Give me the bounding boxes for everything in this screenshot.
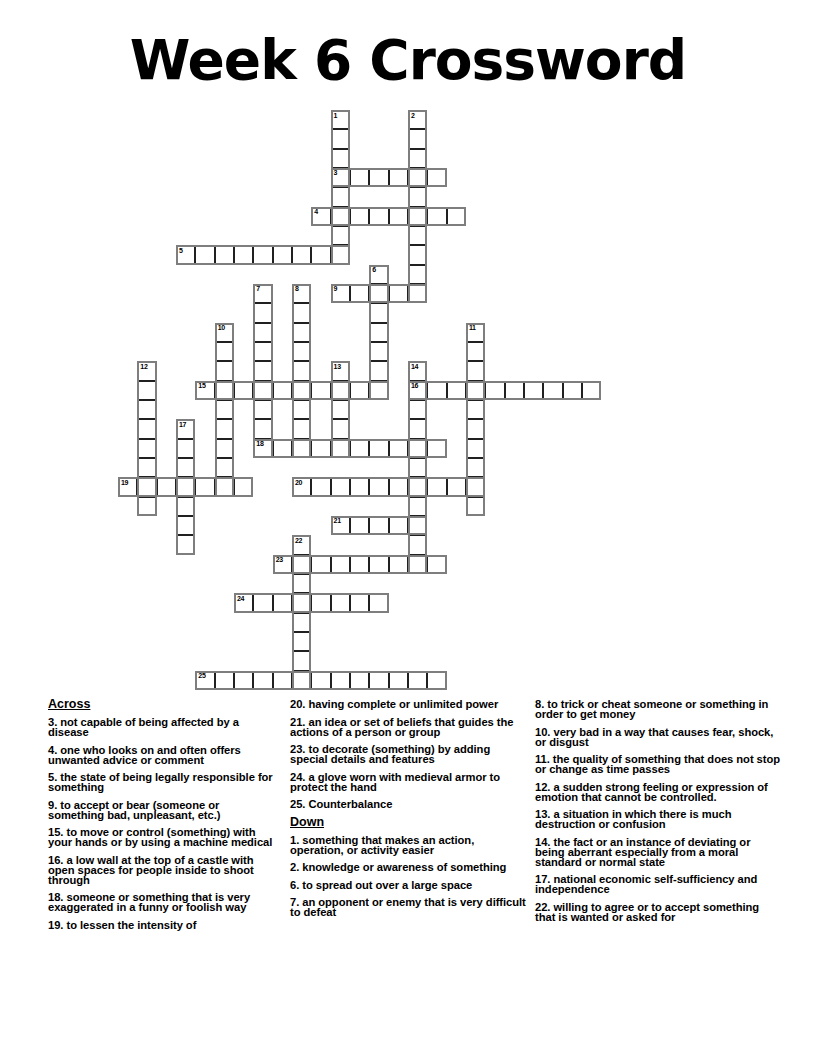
grid-cell-r16c5[interactable] bbox=[215, 419, 234, 438]
grid-cell-r18c3[interactable] bbox=[176, 458, 195, 477]
grid-cell-r17c11[interactable] bbox=[331, 439, 350, 458]
clue-number-1: 1 bbox=[334, 112, 338, 120]
grid-cell-r14c6[interactable] bbox=[234, 381, 253, 400]
grid-cell-r21c13[interactable] bbox=[369, 516, 388, 535]
grid-cell-r8c13[interactable]: 6 bbox=[369, 265, 388, 284]
grid-cell-r15c18[interactable] bbox=[466, 400, 485, 419]
clue-6-down: 6. to spread out over a large space bbox=[290, 880, 528, 890]
grid-cell-r0c11[interactable]: 1 bbox=[331, 110, 350, 129]
grid-cell-r14c11[interactable] bbox=[331, 381, 350, 400]
grid-cell-r9c14[interactable] bbox=[389, 284, 408, 303]
grid-cell-r9c11[interactable]: 9 bbox=[331, 284, 350, 303]
grid-cell-r17c16[interactable] bbox=[427, 439, 446, 458]
grid-cell-r15c1[interactable] bbox=[137, 400, 156, 419]
grid-cell-r7c7[interactable] bbox=[253, 245, 272, 264]
grid-cell-r29c5[interactable] bbox=[215, 671, 234, 690]
clue-19-across: 19. to lessen the intensity of bbox=[48, 920, 276, 930]
clue-number-18: 18 bbox=[256, 440, 263, 448]
grid-cell-r2c11[interactable] bbox=[331, 149, 350, 168]
grid-cell-r14c19[interactable] bbox=[485, 381, 504, 400]
grid-cell-r3c14[interactable] bbox=[389, 168, 408, 187]
grid-cell-r23c11[interactable] bbox=[331, 555, 350, 574]
grid-cell-r29c8[interactable] bbox=[273, 671, 292, 690]
grid-cell-r12c7[interactable] bbox=[253, 342, 272, 361]
grid-cell-r16c9[interactable] bbox=[292, 419, 311, 438]
grid-cell-r10c9[interactable] bbox=[292, 303, 311, 322]
grid-cell-r14c8[interactable] bbox=[273, 381, 292, 400]
clue-number-17: 17 bbox=[179, 421, 186, 429]
grid-cell-r5c13[interactable] bbox=[369, 207, 388, 226]
grid-cell-r14c7[interactable] bbox=[253, 381, 272, 400]
grid-cell-r19c13[interactable] bbox=[369, 477, 388, 496]
clue-12-down: 12. a sudden strong feeling or expressio… bbox=[535, 782, 781, 802]
grid-cell-r29c4[interactable]: 25 bbox=[195, 671, 214, 690]
clue-5-across: 5. the state of being legally responsibl… bbox=[48, 772, 276, 792]
grid-cell-r21c11[interactable]: 21 bbox=[331, 516, 350, 535]
grid-cell-r14c9[interactable] bbox=[292, 381, 311, 400]
grid-cell-r5c11[interactable] bbox=[331, 207, 350, 226]
grid-cell-r16c7[interactable] bbox=[253, 419, 272, 438]
grid-cell-r7c5[interactable] bbox=[215, 245, 234, 264]
clue-number-9: 9 bbox=[334, 285, 338, 293]
grid-cell-r20c3[interactable] bbox=[176, 497, 195, 516]
grid-cell-r20c18[interactable] bbox=[466, 497, 485, 516]
grid-cell-r17c15[interactable] bbox=[408, 439, 427, 458]
grid-cell-r13c5[interactable] bbox=[215, 361, 234, 380]
grid-cell-r7c15[interactable] bbox=[408, 245, 427, 264]
clue-number-16: 16 bbox=[411, 382, 418, 390]
grid-cell-r19c12[interactable] bbox=[350, 477, 369, 496]
grid-cell-r22c9[interactable]: 22 bbox=[292, 535, 311, 554]
grid-cell-r14c13[interactable] bbox=[369, 381, 388, 400]
grid-cell-r18c1[interactable] bbox=[137, 458, 156, 477]
grid-cell-r13c1[interactable]: 12 bbox=[137, 361, 156, 380]
grid-cell-r25c13[interactable] bbox=[369, 593, 388, 612]
grid-cell-r19c6[interactable] bbox=[234, 477, 253, 496]
grid-cell-r20c15[interactable] bbox=[408, 497, 427, 516]
grid-cell-r9c13[interactable] bbox=[369, 284, 388, 303]
clue-number-12: 12 bbox=[140, 363, 147, 371]
grid-cell-r29c10[interactable] bbox=[311, 671, 330, 690]
grid-cell-r12c13[interactable] bbox=[369, 342, 388, 361]
grid-cell-r15c15[interactable] bbox=[408, 400, 427, 419]
grid-cell-r19c10[interactable] bbox=[311, 477, 330, 496]
grid-cell-r12c9[interactable] bbox=[292, 342, 311, 361]
grid-cell-r15c5[interactable] bbox=[215, 400, 234, 419]
grid-cell-r29c6[interactable] bbox=[234, 671, 253, 690]
grid-cell-r3c16[interactable] bbox=[427, 168, 446, 187]
grid-cell-r14c4[interactable]: 15 bbox=[195, 381, 214, 400]
clue-number-25: 25 bbox=[198, 672, 205, 680]
grid-cell-r19c0[interactable]: 19 bbox=[118, 477, 137, 496]
clue-1-down: 1. something that makes an action, opera… bbox=[290, 835, 528, 855]
grid-cell-r29c12[interactable] bbox=[350, 671, 369, 690]
grid-cell-r4c15[interactable] bbox=[408, 187, 427, 206]
grid-cell-r9c12[interactable] bbox=[350, 284, 369, 303]
grid-cell-r14c21[interactable] bbox=[524, 381, 543, 400]
grid-cell-r2c15[interactable] bbox=[408, 149, 427, 168]
grid-cell-r20c1[interactable] bbox=[137, 497, 156, 516]
grid-cell-r17c5[interactable] bbox=[215, 439, 234, 458]
grid-cell-r13c15[interactable]: 14 bbox=[408, 361, 427, 380]
grid-cell-r14c15[interactable]: 16 bbox=[408, 381, 427, 400]
clue-number-13: 13 bbox=[334, 363, 341, 371]
clue-number-19: 19 bbox=[121, 479, 128, 487]
grid-cell-r21c12[interactable] bbox=[350, 516, 369, 535]
grid-cell-r14c24[interactable] bbox=[582, 381, 601, 400]
grid-cell-r7c6[interactable] bbox=[234, 245, 253, 264]
grid-cell-r16c11[interactable] bbox=[331, 419, 350, 438]
grid-cell-r16c18[interactable] bbox=[466, 419, 485, 438]
grid-cell-r14c20[interactable] bbox=[505, 381, 524, 400]
clue-9-across: 9. to accept or bear (someone or somethi… bbox=[48, 800, 276, 820]
clue-22-down: 22. willing to agree or to accept someth… bbox=[535, 902, 781, 922]
grid-cell-r14c16[interactable] bbox=[427, 381, 446, 400]
grid-cell-r8c15[interactable] bbox=[408, 265, 427, 284]
clue-13-down: 13. a situation in which there is much d… bbox=[535, 809, 781, 829]
clue-10-down: 10. very bad in a way that causes fear, … bbox=[535, 727, 781, 747]
grid-cell-r19c3[interactable] bbox=[176, 477, 195, 496]
clue-number-4: 4 bbox=[314, 208, 318, 216]
grid-cell-r29c16[interactable] bbox=[427, 671, 446, 690]
grid-cell-r5c14[interactable] bbox=[389, 207, 408, 226]
clue-15-across: 15. to move or control (something) with … bbox=[48, 827, 276, 847]
clue-number-22: 22 bbox=[295, 537, 302, 545]
grid-cell-r4c11[interactable] bbox=[331, 187, 350, 206]
grid-cell-r15c7[interactable] bbox=[253, 400, 272, 419]
grid-cell-r11c13[interactable] bbox=[369, 323, 388, 342]
grid-cell-r6c11[interactable] bbox=[331, 226, 350, 245]
grid-cell-r3c12[interactable] bbox=[350, 168, 369, 187]
grid-cell-r23c12[interactable] bbox=[350, 555, 369, 574]
grid-cell-r17c3[interactable] bbox=[176, 439, 195, 458]
grid-cell-r19c1[interactable] bbox=[137, 477, 156, 496]
page-title: Week 6 Crossword bbox=[0, 28, 816, 92]
grid-cell-r5c17[interactable] bbox=[447, 207, 466, 226]
clue-number-6: 6 bbox=[372, 266, 376, 274]
grid-cell-r7c11[interactable] bbox=[331, 245, 350, 264]
grid-cell-r14c22[interactable] bbox=[543, 381, 562, 400]
grid-cell-r14c23[interactable] bbox=[563, 381, 582, 400]
grid-cell-r3c15[interactable] bbox=[408, 168, 427, 187]
grid-cell-r17c8[interactable] bbox=[273, 439, 292, 458]
grid-cell-r11c18[interactable]: 11 bbox=[466, 323, 485, 342]
clue-11-down: 11. the quality of something that does n… bbox=[535, 754, 781, 774]
clue-21-across: 21. an idea or set of beliefs that guide… bbox=[290, 717, 528, 737]
clue-number-20: 20 bbox=[295, 479, 302, 487]
grid-cell-r19c18[interactable] bbox=[466, 477, 485, 496]
grid-cell-r15c9[interactable] bbox=[292, 400, 311, 419]
grid-cell-r25c7[interactable] bbox=[253, 593, 272, 612]
grid-cell-r5c12[interactable] bbox=[350, 207, 369, 226]
grid-cell-r21c14[interactable] bbox=[389, 516, 408, 535]
clues-column-1: Across3. not capable of being affected b… bbox=[48, 699, 276, 937]
grid-cell-r23c14[interactable] bbox=[389, 555, 408, 574]
grid-cell-r14c12[interactable] bbox=[350, 381, 369, 400]
grid-cell-r12c5[interactable] bbox=[215, 342, 234, 361]
clue-4-across: 4. one who looks on and often offers unw… bbox=[48, 745, 276, 765]
clue-number-2: 2 bbox=[411, 112, 415, 120]
grid-cell-r9c15[interactable] bbox=[408, 284, 427, 303]
grid-cell-r13c18[interactable] bbox=[466, 361, 485, 380]
grid-cell-r7c3[interactable]: 5 bbox=[176, 245, 195, 264]
clue-number-7: 7 bbox=[256, 285, 260, 293]
clue-17-down: 17. national economic self-sufficiency a… bbox=[535, 874, 781, 894]
grid-cell-r6c15[interactable] bbox=[408, 226, 427, 245]
grid-cell-r14c17[interactable] bbox=[447, 381, 466, 400]
grid-cell-r9c7[interactable]: 7 bbox=[253, 284, 272, 303]
clue-number-15: 15 bbox=[198, 382, 205, 390]
clue-number-8: 8 bbox=[295, 285, 299, 293]
grid-cell-r22c3[interactable] bbox=[176, 535, 195, 554]
grid-cell-r29c7[interactable] bbox=[253, 671, 272, 690]
clues-column-2: 20. having complete or unlimited power21… bbox=[290, 699, 528, 925]
grid-cell-r16c1[interactable] bbox=[137, 419, 156, 438]
grid-cell-r29c15[interactable] bbox=[408, 671, 427, 690]
grid-cell-r27c9[interactable] bbox=[292, 632, 311, 651]
grid-cell-r25c6[interactable]: 24 bbox=[234, 593, 253, 612]
grid-cell-r10c7[interactable] bbox=[253, 303, 272, 322]
grid-cell-r19c9[interactable]: 20 bbox=[292, 477, 311, 496]
clue-number-11: 11 bbox=[469, 324, 476, 332]
grid-cell-r14c18[interactable] bbox=[466, 381, 485, 400]
grid-cell-r17c1[interactable] bbox=[137, 439, 156, 458]
grid-cell-r18c18[interactable] bbox=[466, 458, 485, 477]
grid-cell-r7c4[interactable] bbox=[195, 245, 214, 264]
clue-8-down: 8. to trick or cheat someone or somethin… bbox=[535, 699, 781, 719]
grid-cell-r17c9[interactable] bbox=[292, 439, 311, 458]
grid-cell-r23c10[interactable] bbox=[311, 555, 330, 574]
grid-cell-r19c5[interactable] bbox=[215, 477, 234, 496]
clue-18-across: 18. someone or something that is very ex… bbox=[48, 892, 276, 912]
grid-cell-r19c16[interactable] bbox=[427, 477, 446, 496]
clue-number-14: 14 bbox=[411, 363, 418, 371]
grid-cell-r25c12[interactable] bbox=[350, 593, 369, 612]
clues-column-3: 8. to trick or cheat someone or somethin… bbox=[535, 699, 781, 929]
grid-cell-r7c9[interactable] bbox=[292, 245, 311, 264]
grid-cell-r26c9[interactable] bbox=[292, 613, 311, 632]
grid-cell-r25c11[interactable] bbox=[331, 593, 350, 612]
clue-number-5: 5 bbox=[179, 247, 183, 255]
grid-cell-r19c14[interactable] bbox=[389, 477, 408, 496]
grid-cell-r25c9[interactable] bbox=[292, 593, 311, 612]
grid-cell-r17c12[interactable] bbox=[350, 439, 369, 458]
clue-number-24: 24 bbox=[237, 595, 244, 603]
grid-cell-r17c13[interactable] bbox=[369, 439, 388, 458]
clue-2-down: 2. knowledge or awareness of something bbox=[290, 862, 528, 872]
grid-cell-r29c13[interactable] bbox=[369, 671, 388, 690]
grid-cell-r3c11[interactable]: 3 bbox=[331, 168, 350, 187]
grid-cell-r24c9[interactable] bbox=[292, 574, 311, 593]
grid-cell-r23c13[interactable] bbox=[369, 555, 388, 574]
grid-cell-r7c10[interactable] bbox=[311, 245, 330, 264]
grid-cell-r29c14[interactable] bbox=[389, 671, 408, 690]
grid-cell-r25c8[interactable] bbox=[273, 593, 292, 612]
clue-25-across: 25. Counterbalance bbox=[290, 799, 528, 809]
grid-cell-r13c13[interactable] bbox=[369, 361, 388, 380]
grid-cell-r17c18[interactable] bbox=[466, 439, 485, 458]
grid-cell-r1c15[interactable] bbox=[408, 129, 427, 148]
grid-cell-r15c11[interactable] bbox=[331, 400, 350, 419]
grid-cell-r11c7[interactable] bbox=[253, 323, 272, 342]
clue-number-3: 3 bbox=[334, 169, 338, 177]
grid-cell-r11c9[interactable] bbox=[292, 323, 311, 342]
grid-cell-r5c10[interactable]: 4 bbox=[311, 207, 330, 226]
grid-cell-r10c13[interactable] bbox=[369, 303, 388, 322]
grid-cell-r11c5[interactable]: 10 bbox=[215, 323, 234, 342]
grid-cell-r16c3[interactable]: 17 bbox=[176, 419, 195, 438]
grid-cell-r19c2[interactable] bbox=[157, 477, 176, 496]
grid-cell-r14c5[interactable] bbox=[215, 381, 234, 400]
grid-cell-r12c18[interactable] bbox=[466, 342, 485, 361]
grid-cell-r13c11[interactable]: 13 bbox=[331, 361, 350, 380]
grid-cell-r17c10[interactable] bbox=[311, 439, 330, 458]
grid-cell-r18c5[interactable] bbox=[215, 458, 234, 477]
clue-3-across: 3. not capable of being affected by a di… bbox=[48, 717, 276, 737]
grid-cell-r0c15[interactable]: 2 bbox=[408, 110, 427, 129]
grid-cell-r29c11[interactable] bbox=[331, 671, 350, 690]
grid-cell-r16c15[interactable] bbox=[408, 419, 427, 438]
grid-cell-r5c15[interactable] bbox=[408, 207, 427, 226]
clue-number-10: 10 bbox=[218, 324, 225, 332]
grid-cell-r14c1[interactable] bbox=[137, 381, 156, 400]
grid-cell-r18c15[interactable] bbox=[408, 458, 427, 477]
grid-cell-r13c9[interactable] bbox=[292, 361, 311, 380]
down-heading: Down bbox=[290, 817, 528, 828]
grid-cell-r19c15[interactable] bbox=[408, 477, 427, 496]
clue-number-23: 23 bbox=[276, 556, 283, 564]
grid-cell-r29c9[interactable] bbox=[292, 671, 311, 690]
grid-cell-r14c10[interactable] bbox=[311, 381, 330, 400]
grid-cell-r17c14[interactable] bbox=[389, 439, 408, 458]
clue-24-across: 24. a glove worn with medieval armor to … bbox=[290, 772, 528, 792]
grid-cell-r22c15[interactable] bbox=[408, 535, 427, 554]
grid-cell-r13c7[interactable] bbox=[253, 361, 272, 380]
grid-cell-r23c9[interactable] bbox=[292, 555, 311, 574]
across-heading: Across bbox=[48, 699, 276, 710]
grid-cell-r9c9[interactable]: 8 bbox=[292, 284, 311, 303]
grid-cell-r7c8[interactable] bbox=[273, 245, 292, 264]
grid-cell-r19c11[interactable] bbox=[331, 477, 350, 496]
grid-cell-r28c9[interactable] bbox=[292, 651, 311, 670]
grid-cell-r19c17[interactable] bbox=[447, 477, 466, 496]
grid-cell-r3c13[interactable] bbox=[369, 168, 388, 187]
grid-cell-r17c7[interactable]: 18 bbox=[253, 439, 272, 458]
grid-cell-r23c15[interactable] bbox=[408, 555, 427, 574]
clue-23-across: 23. to decorate (something) by adding sp… bbox=[290, 744, 528, 764]
clue-number-21: 21 bbox=[334, 517, 341, 525]
clue-7-down: 7. an opponent or enemy that is very dif… bbox=[290, 897, 528, 917]
clue-14-down: 14. the fact or an instance of deviating… bbox=[535, 837, 781, 867]
grid-cell-r1c11[interactable] bbox=[331, 129, 350, 148]
grid-cell-r23c8[interactable]: 23 bbox=[273, 555, 292, 574]
grid-cell-r5c16[interactable] bbox=[427, 207, 446, 226]
grid-cell-r21c3[interactable] bbox=[176, 516, 195, 535]
grid-cell-r23c16[interactable] bbox=[427, 555, 446, 574]
grid-cell-r19c4[interactable] bbox=[195, 477, 214, 496]
clue-20-across: 20. having complete or unlimited power bbox=[290, 699, 528, 709]
grid-cell-r25c10[interactable] bbox=[311, 593, 330, 612]
clue-16-across: 16. a low wall at the top of a castle wi… bbox=[48, 855, 276, 885]
grid-cell-r21c15[interactable] bbox=[408, 516, 427, 535]
crossword-grid: 3459151618192021232425126781011121314172… bbox=[118, 110, 601, 690]
